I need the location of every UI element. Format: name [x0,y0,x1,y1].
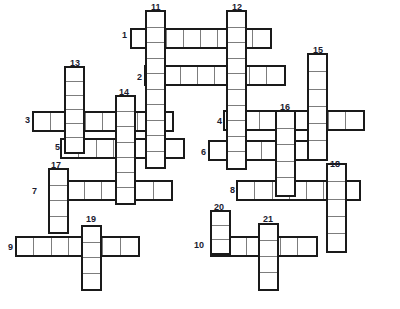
cell-3-1[interactable] [34,113,51,130]
cell-18-4[interactable] [328,217,345,234]
cell-7-2[interactable] [67,182,84,199]
cell-15-6[interactable] [309,141,326,158]
cell-12-9[interactable] [228,137,245,153]
clue-number-17: 17 [51,161,61,170]
cell-16-1[interactable] [277,112,294,129]
cell-9-2[interactable] [34,238,51,255]
cell-12-10[interactable] [228,152,245,168]
cell-11-2[interactable] [147,28,164,44]
clue-number-4: 4 [217,117,222,126]
clue-number-19: 19 [86,215,96,224]
clue-number-9: 9 [8,243,13,252]
cell-15-5[interactable] [309,124,326,141]
cell-19-2[interactable] [83,243,100,259]
cell-12-1[interactable] [228,12,245,28]
cell-12-5[interactable] [228,74,245,90]
word-11-down [145,10,166,169]
cell-8-1[interactable] [238,182,255,199]
cell-4-8[interactable] [346,112,363,129]
cell-11-10[interactable] [147,152,164,168]
cell-20-1[interactable] [212,212,229,226]
cell-9-7[interactable] [121,238,138,255]
cell-13-4[interactable] [66,110,83,124]
cell-11-8[interactable] [147,121,164,137]
cell-14-1[interactable] [117,97,134,112]
cell-11-9[interactable] [147,136,164,152]
cell-11-3[interactable] [147,43,164,59]
word-13-down [64,66,85,154]
cell-21-3[interactable] [260,257,277,273]
cell-14-6[interactable] [117,173,134,188]
clue-number-14: 14 [119,88,129,97]
word-15-down [307,53,328,161]
word-21-down [258,223,279,291]
cell-2-8[interactable] [267,67,284,84]
cell-8-5[interactable] [307,182,324,199]
clue-number-21: 21 [263,215,273,224]
cell-12-4[interactable] [228,59,245,75]
cell-4-7[interactable] [329,112,346,129]
cell-12-7[interactable] [228,106,245,122]
cell-12-3[interactable] [228,43,245,59]
cell-1-8[interactable] [253,30,270,47]
word-14-down [115,95,136,205]
cell-11-4[interactable] [147,59,164,75]
cell-13-6[interactable] [66,138,83,152]
crossword-grid: 123456789101112131415161718192021 [0,0,400,309]
clue-number-1: 1 [122,31,127,40]
cell-21-4[interactable] [260,273,277,289]
cell-19-4[interactable] [83,274,100,290]
cell-9-1[interactable] [17,238,34,255]
cell-17-4[interactable] [50,217,67,233]
cell-15-4[interactable] [309,107,326,124]
cell-21-2[interactable] [260,241,277,257]
cell-13-2[interactable] [66,82,83,96]
cell-16-4[interactable] [277,162,294,179]
cell-16-3[interactable] [277,145,294,162]
cell-17-3[interactable] [50,201,67,217]
clue-number-16: 16 [280,103,290,112]
cell-7-3[interactable] [85,182,102,199]
cell-8-2[interactable] [255,182,272,199]
clue-number-8: 8 [230,186,235,195]
cell-2-4[interactable] [198,67,215,84]
clue-number-5: 5 [55,143,60,152]
cell-1-3[interactable] [167,30,184,47]
cell-16-2[interactable] [277,129,294,146]
cell-15-2[interactable] [309,72,326,89]
cell-10-6[interactable] [298,238,315,255]
clue-number-20: 20 [214,203,224,212]
clue-number-15: 15 [313,46,323,55]
cell-13-1[interactable] [66,68,83,82]
cell-9-6[interactable] [103,238,120,255]
cell-5-7[interactable] [166,140,183,157]
cell-10-2[interactable] [229,238,246,255]
clue-number-7: 7 [32,187,37,196]
cell-2-7[interactable] [250,67,267,84]
cell-19-1[interactable] [83,227,100,243]
cell-11-6[interactable] [147,90,164,106]
cell-9-3[interactable] [52,238,69,255]
clue-number-10: 10 [194,241,204,250]
word-18-down [326,163,347,253]
cell-14-2[interactable] [117,112,134,127]
cell-16-5[interactable] [277,178,294,195]
word-12-down [226,10,247,170]
cell-11-1[interactable] [147,12,164,28]
clue-number-2: 2 [137,73,142,82]
cell-18-5[interactable] [328,234,345,251]
cell-11-5[interactable] [147,74,164,90]
cell-6-1[interactable] [210,142,227,159]
cell-13-5[interactable] [66,124,83,138]
word-20-down [210,210,231,255]
cell-12-6[interactable] [228,90,245,106]
cell-17-1[interactable] [50,170,67,186]
cell-12-8[interactable] [228,121,245,137]
cell-15-1[interactable] [309,55,326,72]
cell-5-3[interactable] [97,140,114,157]
cell-14-5[interactable] [117,158,134,173]
clue-number-13: 13 [70,59,80,68]
clue-number-3: 3 [25,116,30,125]
clue-number-11: 11 [151,3,161,12]
cell-20-2[interactable] [212,226,229,240]
cell-15-3[interactable] [309,90,326,107]
cell-1-5[interactable] [201,30,218,47]
clue-number-12: 12 [232,3,242,12]
cell-1-4[interactable] [184,30,201,47]
cell-14-3[interactable] [117,127,134,142]
cell-3-4[interactable] [86,113,103,130]
cell-14-7[interactable] [117,188,134,203]
cell-21-1[interactable] [260,225,277,241]
word-9-across [15,236,140,257]
word-6-across [208,140,316,161]
cell-7-7[interactable] [154,182,171,199]
clue-number-6: 6 [201,148,206,157]
cell-18-3[interactable] [328,200,345,217]
cell-7-6[interactable] [136,182,153,199]
cell-17-2[interactable] [50,186,67,202]
word-16-down [275,110,296,197]
cell-6-3[interactable] [245,142,262,159]
cell-12-2[interactable] [228,28,245,44]
cell-14-4[interactable] [117,143,134,158]
word-19-down [81,225,102,291]
word-17-down [48,168,69,234]
clue-number-18: 18 [330,160,340,169]
cell-11-7[interactable] [147,105,164,121]
cell-19-3[interactable] [83,258,100,274]
cell-2-3[interactable] [181,67,198,84]
cell-13-3[interactable] [66,96,83,110]
cell-10-5[interactable] [281,238,298,255]
cell-20-3[interactable] [212,240,229,254]
cell-18-2[interactable] [328,182,345,199]
